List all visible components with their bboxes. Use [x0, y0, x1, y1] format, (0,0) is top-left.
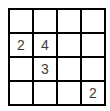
cell-r4c4[interactable]: 2 [82, 82, 104, 104]
cell-r1c4[interactable] [82, 10, 104, 32]
cell-r1c3[interactable] [58, 10, 80, 32]
cell-r3c4[interactable] [82, 58, 104, 80]
cell-r4c3[interactable] [58, 82, 80, 104]
cell-r2c1[interactable]: 2 [10, 34, 32, 56]
cell-r3c3[interactable] [58, 58, 80, 80]
puzzle-grid: 2 4 3 2 [8, 8, 106, 106]
cell-r4c1[interactable] [10, 82, 32, 104]
cell-r2c3[interactable] [58, 34, 80, 56]
cell-r2c2[interactable]: 4 [34, 34, 56, 56]
cell-r3c2[interactable]: 3 [34, 58, 56, 80]
cell-r1c2[interactable] [34, 10, 56, 32]
cell-r1c1[interactable] [10, 10, 32, 32]
cell-r3c1[interactable] [10, 58, 32, 80]
cell-r4c2[interactable] [34, 82, 56, 104]
cell-r2c4[interactable] [82, 34, 104, 56]
